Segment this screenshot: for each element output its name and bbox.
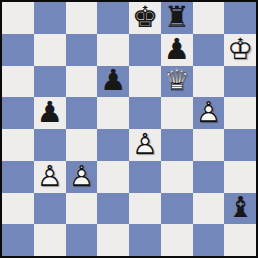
black-king-glyph: ♚ [132, 3, 158, 32]
square-c4[interactable] [66, 129, 98, 161]
square-g1[interactable] [193, 224, 225, 256]
square-a1[interactable] [2, 224, 34, 256]
square-g6[interactable] [193, 66, 225, 98]
square-d5[interactable] [97, 97, 129, 129]
square-d2[interactable] [97, 193, 129, 225]
square-h1[interactable] [224, 224, 256, 256]
black-king-piece: ♚ [129, 2, 161, 34]
square-c5[interactable] [66, 97, 98, 129]
square-e5[interactable] [129, 97, 161, 129]
square-d8[interactable] [97, 2, 129, 34]
black-rook-glyph: ♜ [164, 3, 190, 32]
square-h8[interactable] [224, 2, 256, 34]
square-c3[interactable]: ♟♙ [66, 161, 98, 193]
white-pawn-glyph: ♟ [195, 98, 221, 127]
square-g8[interactable] [193, 2, 225, 34]
square-d1[interactable] [97, 224, 129, 256]
square-e7[interactable] [129, 34, 161, 66]
square-a6[interactable] [2, 66, 34, 98]
square-f2[interactable] [161, 193, 193, 225]
square-b2[interactable] [34, 193, 66, 225]
white-pawn-glyph: ♟ [132, 130, 158, 159]
square-f4[interactable] [161, 129, 193, 161]
square-g3[interactable] [193, 161, 225, 193]
square-e3[interactable] [129, 161, 161, 193]
square-h6[interactable] [224, 66, 256, 98]
square-a4[interactable] [2, 129, 34, 161]
white-pawn-piece: ♟♙ [129, 129, 161, 161]
white-king-piece: ♚♔ [224, 34, 256, 66]
white-pawn-glyph: ♟ [68, 162, 94, 191]
square-a3[interactable] [2, 161, 34, 193]
white-pawn-piece: ♟♙ [66, 161, 98, 193]
square-f3[interactable] [161, 161, 193, 193]
square-b4[interactable] [34, 129, 66, 161]
square-b1[interactable] [34, 224, 66, 256]
square-b8[interactable] [34, 2, 66, 34]
square-b7[interactable] [34, 34, 66, 66]
square-h4[interactable] [224, 129, 256, 161]
square-a7[interactable] [2, 34, 34, 66]
white-pawn-outline: ♙ [132, 130, 158, 159]
square-e4[interactable]: ♟♙ [129, 129, 161, 161]
white-queen-glyph: ♛ [164, 66, 190, 95]
black-pawn-piece: ♟ [97, 66, 129, 98]
chess-board: ♚♜♟♚♔♟♛♕♟♟♙♟♙♟♙♟♙♝ [0, 0, 258, 258]
white-queen-outline: ♕ [164, 66, 190, 95]
square-c8[interactable] [66, 2, 98, 34]
white-pawn-outline: ♙ [195, 98, 221, 127]
square-b6[interactable] [34, 66, 66, 98]
square-g4[interactable] [193, 129, 225, 161]
square-c2[interactable] [66, 193, 98, 225]
square-a5[interactable] [2, 97, 34, 129]
square-g5[interactable]: ♟♙ [193, 97, 225, 129]
black-bishop-glyph: ♝ [227, 193, 253, 222]
square-e1[interactable] [129, 224, 161, 256]
square-a2[interactable] [2, 193, 34, 225]
white-king-glyph: ♚ [227, 35, 253, 64]
square-f5[interactable] [161, 97, 193, 129]
white-king-outline: ♔ [227, 35, 253, 64]
black-pawn-glyph: ♟ [100, 66, 126, 95]
white-pawn-piece: ♟♙ [193, 97, 225, 129]
black-pawn-piece: ♟ [34, 97, 66, 129]
square-d6[interactable]: ♟ [97, 66, 129, 98]
white-queen-piece: ♛♕ [161, 66, 193, 98]
square-d3[interactable] [97, 161, 129, 193]
square-f8[interactable]: ♜ [161, 2, 193, 34]
square-h5[interactable] [224, 97, 256, 129]
square-a8[interactable] [2, 2, 34, 34]
black-pawn-glyph: ♟ [37, 98, 63, 127]
white-pawn-outline: ♙ [68, 162, 94, 191]
square-b3[interactable]: ♟♙ [34, 161, 66, 193]
black-pawn-glyph: ♟ [164, 35, 190, 64]
square-h3[interactable] [224, 161, 256, 193]
square-h2[interactable]: ♝ [224, 193, 256, 225]
white-pawn-outline: ♙ [37, 162, 63, 191]
square-d7[interactable] [97, 34, 129, 66]
square-f7[interactable]: ♟ [161, 34, 193, 66]
square-f1[interactable] [161, 224, 193, 256]
square-d4[interactable] [97, 129, 129, 161]
black-bishop-piece: ♝ [224, 193, 256, 225]
white-pawn-piece: ♟♙ [34, 161, 66, 193]
square-c6[interactable] [66, 66, 98, 98]
black-rook-piece: ♜ [161, 2, 193, 34]
square-h7[interactable]: ♚♔ [224, 34, 256, 66]
square-c7[interactable] [66, 34, 98, 66]
square-c1[interactable] [66, 224, 98, 256]
square-e8[interactable]: ♚ [129, 2, 161, 34]
square-e6[interactable] [129, 66, 161, 98]
square-g2[interactable] [193, 193, 225, 225]
square-b5[interactable]: ♟ [34, 97, 66, 129]
square-g7[interactable] [193, 34, 225, 66]
black-pawn-piece: ♟ [161, 34, 193, 66]
white-pawn-glyph: ♟ [37, 162, 63, 191]
square-e2[interactable] [129, 193, 161, 225]
square-f6[interactable]: ♛♕ [161, 66, 193, 98]
